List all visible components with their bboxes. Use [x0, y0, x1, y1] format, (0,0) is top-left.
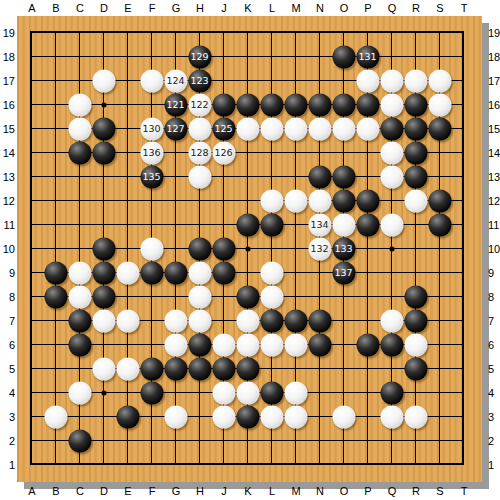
row-label-right-2: 2 [488, 435, 500, 447]
col-label-top-R: R [412, 2, 420, 14]
move-number-133: 133 [334, 244, 352, 254]
move-number-127: 127 [166, 124, 184, 134]
col-label-bottom-S: S [436, 485, 443, 497]
move-number-129: 129 [190, 52, 208, 62]
move-number-121: 121 [166, 100, 184, 110]
move-number-128: 128 [190, 148, 208, 158]
stone-black-P18: 131 [356, 45, 379, 68]
stone-white-Q11 [380, 213, 403, 236]
row-label-left-12: 12 [0, 195, 15, 207]
stone-white-M12 [284, 189, 307, 212]
row-label-left-14: 14 [0, 147, 15, 159]
stone-white-C4 [68, 381, 91, 404]
row-label-right-7: 7 [488, 315, 500, 327]
stone-white-G17: 124 [164, 69, 187, 92]
stone-black-K5 [236, 357, 259, 380]
row-label-right-8: 8 [488, 291, 500, 303]
stone-white-H13 [188, 165, 211, 188]
row-label-left-11: 11 [0, 219, 15, 231]
stone-white-R3 [404, 405, 427, 428]
stone-black-Q4 [380, 381, 403, 404]
row-label-left-2: 2 [0, 435, 15, 447]
stone-white-J14: 126 [212, 141, 235, 164]
stone-white-M3 [284, 405, 307, 428]
stone-white-F15: 130 [140, 117, 163, 140]
stone-black-N6 [308, 333, 331, 356]
stone-black-H6 [188, 333, 211, 356]
stone-white-G7 [164, 309, 187, 332]
stone-black-K16 [236, 93, 259, 116]
stone-black-R16 [404, 93, 427, 116]
stone-black-S11 [428, 213, 451, 236]
stone-white-Q17 [380, 69, 403, 92]
stone-black-P6 [356, 333, 379, 356]
col-label-bottom-P: P [364, 485, 371, 497]
row-label-left-16: 16 [0, 99, 15, 111]
stone-white-O3 [332, 405, 355, 428]
row-label-left-9: 9 [0, 267, 15, 279]
col-label-top-E: E [124, 2, 131, 14]
col-label-bottom-A: A [28, 485, 35, 497]
col-label-bottom-M: M [291, 485, 300, 497]
stone-black-R15 [404, 117, 427, 140]
col-label-top-J: J [221, 2, 227, 14]
stone-white-M4 [284, 381, 307, 404]
stone-black-R7 [404, 309, 427, 332]
stone-white-R6 [404, 333, 427, 356]
stone-white-N12 [308, 189, 331, 212]
stone-white-J4 [212, 381, 235, 404]
move-number-137: 137 [334, 268, 352, 278]
move-number-125: 125 [214, 124, 232, 134]
row-label-right-3: 3 [488, 411, 500, 423]
stone-black-G5 [164, 357, 187, 380]
stone-white-R17 [404, 69, 427, 92]
col-label-bottom-J: J [221, 485, 227, 497]
stone-black-H10 [188, 237, 211, 260]
stone-black-D8 [92, 285, 115, 308]
row-label-left-4: 4 [0, 387, 15, 399]
row-label-right-16: 16 [488, 99, 500, 111]
move-number-135: 135 [142, 172, 160, 182]
row-label-left-13: 13 [0, 171, 15, 183]
stone-black-G15: 127 [164, 117, 187, 140]
stone-white-N15 [308, 117, 331, 140]
stone-black-F4 [140, 381, 163, 404]
stone-black-P12 [356, 189, 379, 212]
stone-white-D7 [92, 309, 115, 332]
stone-black-M7 [284, 309, 307, 332]
stone-black-B9 [44, 261, 67, 284]
col-label-bottom-F: F [149, 485, 156, 497]
stone-white-G3 [164, 405, 187, 428]
col-label-bottom-L: L [269, 485, 275, 497]
stone-white-M6 [284, 333, 307, 356]
col-label-bottom-O: O [340, 485, 349, 497]
move-number-122: 122 [190, 100, 208, 110]
col-label-top-O: O [340, 2, 349, 14]
stone-black-D14 [92, 141, 115, 164]
stone-black-H5 [188, 357, 211, 380]
stone-black-O9: 137 [332, 261, 355, 284]
col-label-top-K: K [244, 2, 251, 14]
star-point-K10 [245, 246, 250, 251]
stone-black-J16 [212, 93, 235, 116]
stone-white-M15 [284, 117, 307, 140]
stone-black-P11 [356, 213, 379, 236]
col-label-top-T: T [461, 2, 468, 14]
stone-white-N10: 132 [308, 237, 331, 260]
col-label-bottom-K: K [244, 485, 251, 497]
stone-white-P15 [356, 117, 379, 140]
stone-white-F17 [140, 69, 163, 92]
stone-black-O10: 133 [332, 237, 355, 260]
stone-black-O18 [332, 45, 355, 68]
move-number-124: 124 [166, 76, 184, 86]
stone-black-F9 [140, 261, 163, 284]
stone-black-E3 [116, 405, 139, 428]
stone-black-R13 [404, 165, 427, 188]
stone-white-L3 [260, 405, 283, 428]
stone-white-P17 [356, 69, 379, 92]
move-number-136: 136 [142, 148, 160, 158]
row-label-left-7: 7 [0, 315, 15, 327]
stone-black-K11 [236, 213, 259, 236]
col-label-top-A: A [28, 2, 35, 14]
stone-black-M16 [284, 93, 307, 116]
stone-white-K4 [236, 381, 259, 404]
col-label-top-S: S [436, 2, 443, 14]
stone-black-J9 [212, 261, 235, 284]
stone-white-L6 [260, 333, 283, 356]
stone-white-R12 [404, 189, 427, 212]
stone-black-C2 [68, 429, 91, 452]
stone-black-D9 [92, 261, 115, 284]
stone-white-O15 [332, 117, 355, 140]
col-label-bottom-Q: Q [388, 485, 397, 497]
stone-white-O11 [332, 213, 355, 236]
stone-white-J6 [212, 333, 235, 356]
stone-white-K15 [236, 117, 259, 140]
stone-white-H16: 122 [188, 93, 211, 116]
stone-black-P16 [356, 93, 379, 116]
stone-white-Q7 [380, 309, 403, 332]
stone-black-O12 [332, 189, 355, 212]
col-label-bottom-R: R [412, 485, 420, 497]
col-label-top-L: L [269, 2, 275, 14]
stone-white-J3 [212, 405, 235, 428]
stone-black-H17: 123 [188, 69, 211, 92]
row-label-left-15: 15 [0, 123, 15, 135]
stone-black-G9 [164, 261, 187, 284]
stone-white-G6 [164, 333, 187, 356]
row-label-left-18: 18 [0, 51, 15, 63]
stone-white-H14: 128 [188, 141, 211, 164]
stone-white-L8 [260, 285, 283, 308]
stone-white-N11: 134 [308, 213, 331, 236]
row-label-right-9: 9 [488, 267, 500, 279]
row-label-right-10: 10 [488, 243, 500, 255]
row-label-right-11: 11 [488, 219, 500, 231]
col-label-top-Q: Q [388, 2, 397, 14]
col-label-bottom-G: G [172, 485, 181, 497]
stone-white-C8 [68, 285, 91, 308]
stone-white-C16 [68, 93, 91, 116]
stone-white-L9 [260, 261, 283, 284]
stone-white-H8 [188, 285, 211, 308]
stone-white-S17 [428, 69, 451, 92]
row-label-left-10: 10 [0, 243, 15, 255]
stone-white-C9 [68, 261, 91, 284]
stone-black-F13: 135 [140, 165, 163, 188]
stone-white-E9 [116, 261, 139, 284]
col-label-bottom-D: D [100, 485, 108, 497]
stone-white-E7 [116, 309, 139, 332]
row-label-right-15: 15 [488, 123, 500, 135]
grid-line-horizontal-2 [31, 440, 464, 441]
stone-black-K3 [236, 405, 259, 428]
stone-black-J15: 125 [212, 117, 235, 140]
stone-white-C15 [68, 117, 91, 140]
stone-white-D17 [92, 69, 115, 92]
row-label-right-17: 17 [488, 75, 500, 87]
stone-black-R5 [404, 357, 427, 380]
stone-black-O16 [332, 93, 355, 116]
stone-white-B3 [44, 405, 67, 428]
stone-black-D15 [92, 117, 115, 140]
stone-black-C7 [68, 309, 91, 332]
row-label-right-13: 13 [488, 171, 500, 183]
col-label-top-H: H [196, 2, 204, 14]
stone-white-L12 [260, 189, 283, 212]
row-label-right-5: 5 [488, 363, 500, 375]
col-label-bottom-T: T [461, 485, 468, 497]
col-label-bottom-E: E [124, 485, 131, 497]
star-point-D4 [101, 390, 106, 395]
move-number-126: 126 [214, 148, 232, 158]
col-label-bottom-H: H [196, 485, 204, 497]
stone-black-S15 [428, 117, 451, 140]
stone-black-L11 [260, 213, 283, 236]
stone-white-E5 [116, 357, 139, 380]
row-label-left-5: 5 [0, 363, 15, 375]
row-label-right-19: 19 [488, 27, 500, 39]
stone-black-L16 [260, 93, 283, 116]
move-number-131: 131 [358, 52, 376, 62]
row-label-right-1: 1 [488, 459, 500, 471]
stone-white-K7 [236, 309, 259, 332]
stone-white-H9 [188, 261, 211, 284]
col-label-top-C: C [76, 2, 84, 14]
move-number-134: 134 [310, 220, 328, 230]
stone-white-Q13 [380, 165, 403, 188]
row-label-right-18: 18 [488, 51, 500, 63]
row-label-right-4: 4 [488, 387, 500, 399]
star-point-D16 [101, 102, 106, 107]
row-label-left-8: 8 [0, 291, 15, 303]
stone-black-Q15 [380, 117, 403, 140]
stone-white-F10 [140, 237, 163, 260]
stone-white-Q14 [380, 141, 403, 164]
stone-white-H15 [188, 117, 211, 140]
col-label-top-D: D [100, 2, 108, 14]
col-label-top-M: M [291, 2, 300, 14]
col-label-top-G: G [172, 2, 181, 14]
stone-black-K8 [236, 285, 259, 308]
row-label-left-19: 19 [0, 27, 15, 39]
stone-black-R8 [404, 285, 427, 308]
star-point-Q10 [389, 246, 394, 251]
row-label-left-1: 1 [0, 459, 15, 471]
grid-line-horizontal-1 [31, 464, 464, 465]
stone-black-Q6 [380, 333, 403, 356]
stone-black-C6 [68, 333, 91, 356]
stone-white-F14: 136 [140, 141, 163, 164]
stone-black-C14 [68, 141, 91, 164]
stone-black-S12 [428, 189, 451, 212]
col-label-top-P: P [364, 2, 371, 14]
col-label-top-N: N [316, 2, 324, 14]
stone-white-H7 [188, 309, 211, 332]
stone-black-O13 [332, 165, 355, 188]
stone-white-Q16 [380, 93, 403, 116]
grid-line-vertical-T [463, 32, 464, 465]
stone-black-R14 [404, 141, 427, 164]
go-app: AA1919BB1818CC1717DD1616EE1515FF1414GG13… [0, 0, 500, 500]
row-label-left-6: 6 [0, 339, 15, 351]
stone-black-L4 [260, 381, 283, 404]
stone-black-H18: 129 [188, 45, 211, 68]
row-label-right-12: 12 [488, 195, 500, 207]
stone-black-D10 [92, 237, 115, 260]
stone-white-Q3 [380, 405, 403, 428]
stone-black-J5 [212, 357, 235, 380]
col-label-bottom-B: B [52, 485, 59, 497]
stone-white-S16 [428, 93, 451, 116]
stone-black-G16: 121 [164, 93, 187, 116]
stone-white-L15 [260, 117, 283, 140]
move-number-132: 132 [310, 244, 328, 254]
col-label-bottom-N: N [316, 485, 324, 497]
stone-black-N16 [308, 93, 331, 116]
col-label-bottom-C: C [76, 485, 84, 497]
move-number-130: 130 [142, 124, 160, 134]
stone-black-J10 [212, 237, 235, 260]
stone-black-L7 [260, 309, 283, 332]
stone-black-N13 [308, 165, 331, 188]
row-label-left-3: 3 [0, 411, 15, 423]
row-label-left-17: 17 [0, 75, 15, 87]
stone-white-D5 [92, 357, 115, 380]
stone-white-K6 [236, 333, 259, 356]
move-number-123: 123 [190, 76, 208, 86]
stone-black-N7 [308, 309, 331, 332]
col-label-top-B: B [52, 2, 59, 14]
stone-black-F5 [140, 357, 163, 380]
row-label-right-6: 6 [488, 339, 500, 351]
stone-black-B8 [44, 285, 67, 308]
col-label-top-F: F [149, 2, 156, 14]
row-label-right-14: 14 [488, 147, 500, 159]
